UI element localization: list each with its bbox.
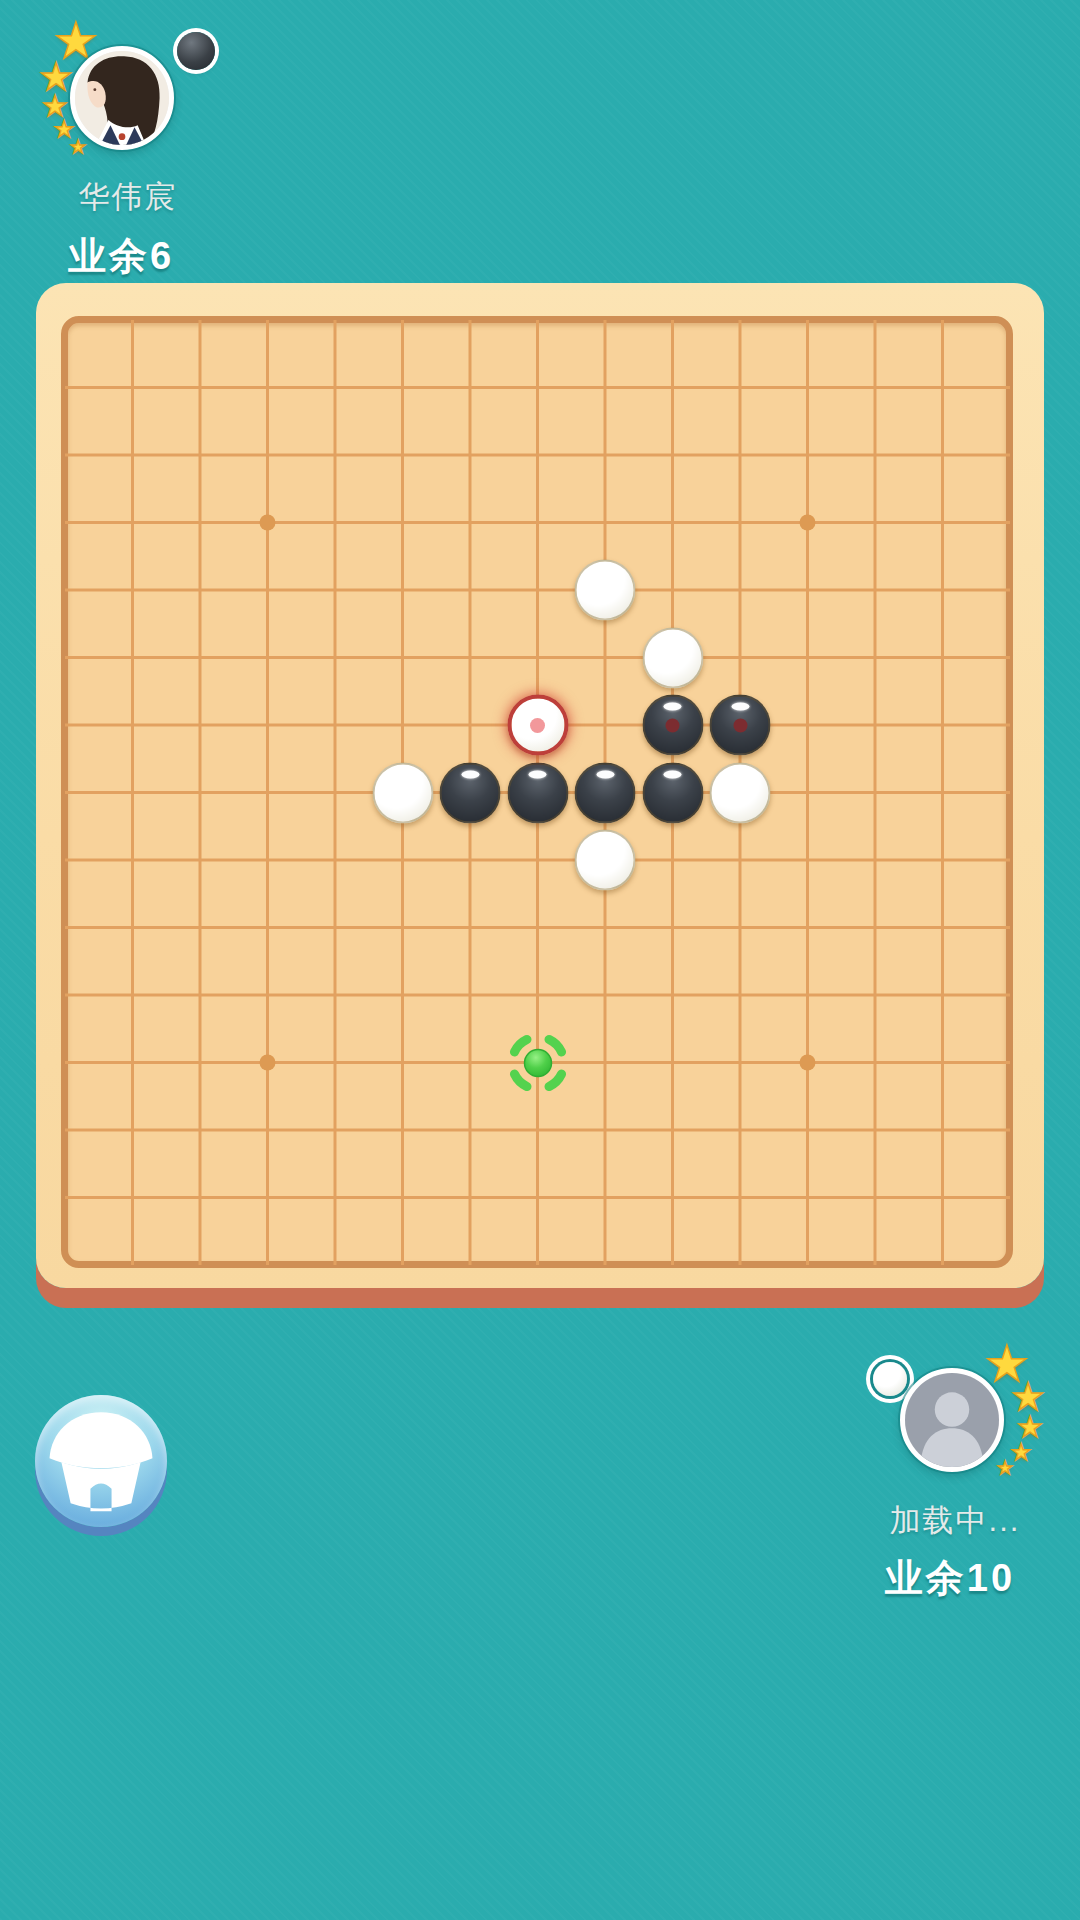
- player-top-name: 华伟宸: [79, 176, 178, 218]
- stone-black: [642, 762, 703, 823]
- stone-black-dotted: [642, 695, 703, 756]
- stone-white: [575, 830, 636, 891]
- stone-white-last-move: [507, 695, 568, 756]
- home-button[interactable]: [35, 1395, 167, 1527]
- star-icon: ★: [997, 1459, 1013, 1477]
- anime-girl-avatar-image: [75, 51, 169, 145]
- star-icon: ★: [70, 138, 86, 156]
- stone-black: [575, 762, 636, 823]
- stone-black: [440, 762, 501, 823]
- move-cursor[interactable]: [503, 1028, 573, 1098]
- stone-black-dotted: [710, 695, 771, 756]
- stone-white: [642, 627, 703, 688]
- black-stone-badge: [177, 32, 215, 70]
- stone-black: [507, 762, 568, 823]
- player-bottom-name: 加载中...: [890, 1500, 1021, 1542]
- stone-white: [710, 762, 771, 823]
- white-stone-badge: [873, 1362, 907, 1396]
- player-top-avatar[interactable]: [70, 46, 174, 150]
- cursor-brackets-icon: [503, 1028, 573, 1098]
- home-icon: [35, 1395, 167, 1527]
- star-icon: ★: [1017, 1413, 1043, 1442]
- game-screen: { "game": "gomoku (five-in-a-row), 15x15…: [0, 0, 1080, 1920]
- stone-white: [575, 560, 636, 621]
- stone-white: [372, 762, 433, 823]
- player-top-rank: 业余6: [68, 231, 174, 282]
- player-bottom-rank: 业余10: [885, 1553, 1015, 1604]
- star-icon: ★: [1011, 1441, 1032, 1464]
